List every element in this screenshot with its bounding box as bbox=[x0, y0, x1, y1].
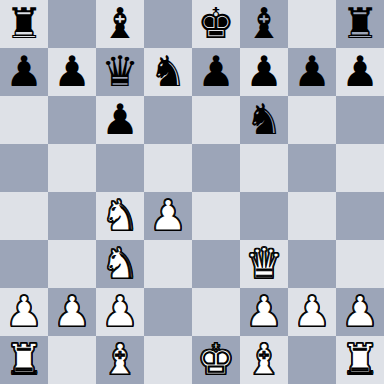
square-a1[interactable]: ♜ bbox=[0, 336, 48, 384]
square-f6[interactable]: ♞ bbox=[240, 96, 288, 144]
square-f7[interactable]: ♟ bbox=[240, 48, 288, 96]
square-d1[interactable] bbox=[144, 336, 192, 384]
square-h4[interactable] bbox=[336, 192, 384, 240]
square-b2[interactable]: ♟ bbox=[48, 288, 96, 336]
square-c8[interactable]: ♝ bbox=[96, 0, 144, 48]
square-a6[interactable] bbox=[0, 96, 48, 144]
square-a2[interactable]: ♟ bbox=[0, 288, 48, 336]
square-f8[interactable]: ♝ bbox=[240, 0, 288, 48]
square-e5[interactable] bbox=[192, 144, 240, 192]
piece-white-pawn[interactable]: ♟ bbox=[5, 288, 43, 336]
piece-black-rook[interactable]: ♜ bbox=[341, 0, 379, 48]
square-g3[interactable] bbox=[288, 240, 336, 288]
square-e3[interactable] bbox=[192, 240, 240, 288]
square-b7[interactable]: ♟ bbox=[48, 48, 96, 96]
piece-white-rook[interactable]: ♜ bbox=[5, 336, 43, 384]
square-f1[interactable]: ♝ bbox=[240, 336, 288, 384]
square-c2[interactable]: ♟ bbox=[96, 288, 144, 336]
square-e2[interactable] bbox=[192, 288, 240, 336]
square-d3[interactable] bbox=[144, 240, 192, 288]
square-g8[interactable] bbox=[288, 0, 336, 48]
piece-black-pawn[interactable]: ♟ bbox=[53, 48, 91, 96]
square-f3[interactable]: ♛ bbox=[240, 240, 288, 288]
piece-white-pawn[interactable]: ♟ bbox=[341, 288, 379, 336]
square-g4[interactable] bbox=[288, 192, 336, 240]
square-b1[interactable] bbox=[48, 336, 96, 384]
piece-white-knight[interactable]: ♞ bbox=[101, 192, 139, 240]
piece-black-pawn[interactable]: ♟ bbox=[101, 96, 139, 144]
square-c4[interactable]: ♞ bbox=[96, 192, 144, 240]
square-b5[interactable] bbox=[48, 144, 96, 192]
piece-black-bishop[interactable]: ♝ bbox=[245, 0, 283, 48]
square-h7[interactable]: ♟ bbox=[336, 48, 384, 96]
square-e8[interactable]: ♚ bbox=[192, 0, 240, 48]
square-e4[interactable] bbox=[192, 192, 240, 240]
square-b8[interactable] bbox=[48, 0, 96, 48]
square-d8[interactable] bbox=[144, 0, 192, 48]
piece-black-pawn[interactable]: ♟ bbox=[197, 48, 235, 96]
square-f5[interactable] bbox=[240, 144, 288, 192]
square-h2[interactable]: ♟ bbox=[336, 288, 384, 336]
square-d7[interactable]: ♞ bbox=[144, 48, 192, 96]
square-c6[interactable]: ♟ bbox=[96, 96, 144, 144]
square-e1[interactable]: ♚ bbox=[192, 336, 240, 384]
square-d4[interactable]: ♟ bbox=[144, 192, 192, 240]
square-d2[interactable] bbox=[144, 288, 192, 336]
piece-black-bishop[interactable]: ♝ bbox=[101, 0, 139, 48]
chess-board: ♜♝♚♝♜♟♟♛♞♟♟♟♟♟♞♞♟♞♛♟♟♟♟♟♟♜♝♚♝♜ bbox=[0, 0, 384, 384]
piece-black-pawn[interactable]: ♟ bbox=[293, 48, 331, 96]
square-b6[interactable] bbox=[48, 96, 96, 144]
piece-black-king[interactable]: ♚ bbox=[197, 0, 235, 48]
piece-black-rook[interactable]: ♜ bbox=[5, 0, 43, 48]
piece-white-pawn[interactable]: ♟ bbox=[53, 288, 91, 336]
square-d5[interactable] bbox=[144, 144, 192, 192]
square-a4[interactable] bbox=[0, 192, 48, 240]
square-h8[interactable]: ♜ bbox=[336, 0, 384, 48]
square-g5[interactable] bbox=[288, 144, 336, 192]
piece-white-rook[interactable]: ♜ bbox=[341, 336, 379, 384]
square-c3[interactable]: ♞ bbox=[96, 240, 144, 288]
piece-black-pawn[interactable]: ♟ bbox=[5, 48, 43, 96]
piece-white-king[interactable]: ♚ bbox=[197, 336, 235, 384]
piece-white-pawn[interactable]: ♟ bbox=[149, 192, 187, 240]
square-c5[interactable] bbox=[96, 144, 144, 192]
square-e7[interactable]: ♟ bbox=[192, 48, 240, 96]
piece-black-knight[interactable]: ♞ bbox=[245, 96, 283, 144]
piece-white-pawn[interactable]: ♟ bbox=[101, 288, 139, 336]
piece-black-pawn[interactable]: ♟ bbox=[341, 48, 379, 96]
square-g7[interactable]: ♟ bbox=[288, 48, 336, 96]
piece-white-bishop[interactable]: ♝ bbox=[245, 336, 283, 384]
square-b3[interactable] bbox=[48, 240, 96, 288]
piece-white-pawn[interactable]: ♟ bbox=[245, 288, 283, 336]
square-a8[interactable]: ♜ bbox=[0, 0, 48, 48]
square-b4[interactable] bbox=[48, 192, 96, 240]
square-g1[interactable] bbox=[288, 336, 336, 384]
square-h1[interactable]: ♜ bbox=[336, 336, 384, 384]
square-f4[interactable] bbox=[240, 192, 288, 240]
piece-black-pawn[interactable]: ♟ bbox=[245, 48, 283, 96]
square-c1[interactable]: ♝ bbox=[96, 336, 144, 384]
square-h3[interactable] bbox=[336, 240, 384, 288]
piece-white-knight[interactable]: ♞ bbox=[101, 240, 139, 288]
square-g2[interactable]: ♟ bbox=[288, 288, 336, 336]
square-f2[interactable]: ♟ bbox=[240, 288, 288, 336]
square-e6[interactable] bbox=[192, 96, 240, 144]
piece-white-queen[interactable]: ♛ bbox=[245, 240, 283, 288]
piece-black-queen[interactable]: ♛ bbox=[101, 48, 139, 96]
piece-black-knight[interactable]: ♞ bbox=[149, 48, 187, 96]
square-h5[interactable] bbox=[336, 144, 384, 192]
piece-white-bishop[interactable]: ♝ bbox=[101, 336, 139, 384]
square-c7[interactable]: ♛ bbox=[96, 48, 144, 96]
square-a7[interactable]: ♟ bbox=[0, 48, 48, 96]
square-g6[interactable] bbox=[288, 96, 336, 144]
square-h6[interactable] bbox=[336, 96, 384, 144]
square-a5[interactable] bbox=[0, 144, 48, 192]
square-d6[interactable] bbox=[144, 96, 192, 144]
piece-white-pawn[interactable]: ♟ bbox=[293, 288, 331, 336]
square-a3[interactable] bbox=[0, 240, 48, 288]
